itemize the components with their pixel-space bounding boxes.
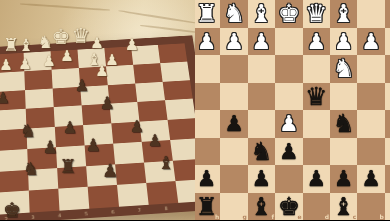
- square-g1[interactable]: ♞: [220, 0, 247, 28]
- square-c4[interactable]: [330, 83, 357, 111]
- photo-white-knight-icon: ♞: [37, 34, 52, 51]
- photo-black-bishop-icon: ♝: [158, 154, 174, 172]
- black-knight-icon: ♞: [248, 138, 275, 166]
- white-queen-icon: ♛: [303, 0, 330, 28]
- square-a2[interactable]: ♟: [385, 28, 390, 56]
- physical-pieces-layer: ♜♝♞♚♛♟♟♟♟♟♝♟♟♟♟♟♟♞♟♟♟♟♟♝♞♜♟♚: [0, 0, 195, 220]
- white-pawn-icon: ♟: [385, 28, 390, 56]
- square-h1[interactable]: ♜: [195, 0, 220, 28]
- square-e6[interactable]: ♟: [275, 138, 302, 166]
- square-d8[interactable]: d: [303, 193, 330, 221]
- photo-black-rook-icon: ♜: [59, 157, 76, 176]
- square-c1[interactable]: ♝: [330, 0, 357, 28]
- square-e4[interactable]: [275, 83, 302, 111]
- square-b3[interactable]: [357, 55, 384, 83]
- square-f3[interactable]: [248, 55, 275, 83]
- white-bishop-icon: ♝: [330, 0, 357, 28]
- square-h7[interactable]: ♟: [195, 165, 220, 193]
- photo-black-pawn-icon: ♟: [0, 91, 10, 106]
- black-queen-icon: ♛: [303, 83, 330, 111]
- square-a6[interactable]: [385, 138, 390, 166]
- photo-white-pawn-icon: ♟: [18, 57, 31, 72]
- square-b6[interactable]: [357, 138, 384, 166]
- black-pawn-icon: ♟: [220, 110, 247, 138]
- square-f4[interactable]: [248, 83, 275, 111]
- photo-white-pawn-icon: ♟: [0, 58, 13, 73]
- square-e8[interactable]: ♚e: [275, 193, 302, 221]
- photo-white-pawn-icon: ♟: [60, 49, 73, 64]
- photo-panel: 1 2 3 4 5 6 7 8 ♜♝♞♚♛♟♟♟♟♟♝♟♟♟♟♟♟♞♟♟♟♟♟♝…: [0, 0, 195, 220]
- digital-board-panel: ♜♞♝♚♛♝♜♟♟♟♟♟♟♟♞♛♟♟♞♞♟♟♟♟♟♟♟♜hg♝f♚ed♝cb♜a: [195, 0, 390, 220]
- white-pawn-icon: ♟: [275, 110, 302, 138]
- white-knight-icon: ♞: [330, 55, 357, 83]
- file-coordinate: b: [379, 213, 383, 220]
- square-g2[interactable]: ♟: [220, 28, 247, 56]
- file-coordinate: g: [242, 213, 246, 220]
- square-h3[interactable]: [195, 55, 220, 83]
- photo-white-bishop-icon: ♝: [18, 37, 33, 54]
- square-b8[interactable]: b: [357, 193, 384, 221]
- black-pawn-icon: ♟: [303, 165, 330, 193]
- square-d7[interactable]: ♟: [303, 165, 330, 193]
- photo-black-pawn-icon: ♟: [99, 95, 114, 112]
- black-knight-icon: ♞: [330, 110, 357, 138]
- square-d5[interactable]: [303, 110, 330, 138]
- white-knight-icon: ♞: [220, 0, 247, 28]
- black-pawn-icon: ♟: [195, 165, 220, 193]
- white-rook-icon: ♜: [195, 0, 220, 28]
- photo-white-king-icon: ♚: [52, 27, 71, 48]
- photo-black-knight-icon: ♞: [20, 122, 36, 140]
- square-a3[interactable]: [385, 55, 390, 83]
- file-coordinate: f: [272, 213, 275, 220]
- white-bishop-icon: ♝: [248, 0, 275, 28]
- digital-chess-board: ♜♞♝♚♛♝♜♟♟♟♟♟♟♟♞♛♟♟♞♞♟♟♟♟♟♟♟♜hg♝f♚ed♝cb♜a: [195, 0, 390, 220]
- black-rook-icon: ♜: [385, 193, 390, 221]
- square-f5[interactable]: [248, 110, 275, 138]
- square-f8[interactable]: ♝f: [248, 193, 275, 221]
- square-b2[interactable]: ♟: [357, 28, 384, 56]
- white-pawn-icon: ♟: [195, 28, 220, 56]
- square-g6[interactable]: [220, 138, 247, 166]
- photo-black-pawn-icon: ♟: [75, 78, 89, 94]
- photo-black-pawn-icon: ♟: [85, 137, 100, 154]
- square-b1[interactable]: [357, 0, 384, 28]
- square-g8[interactable]: g: [220, 193, 247, 221]
- square-e2[interactable]: [275, 28, 302, 56]
- square-c5[interactable]: ♞: [330, 110, 357, 138]
- square-f6[interactable]: ♞: [248, 138, 275, 166]
- square-d6[interactable]: [303, 138, 330, 166]
- square-a5[interactable]: [385, 110, 390, 138]
- photo-white-pawn-icon: ♟: [95, 64, 108, 79]
- square-c8[interactable]: ♝c: [330, 193, 357, 221]
- thumbnail: 1 2 3 4 5 6 7 8 ♜♝♞♚♛♟♟♟♟♟♝♟♟♟♟♟♟♞♟♟♟♟♟♝…: [0, 0, 390, 220]
- white-pawn-icon: ♟: [330, 28, 357, 56]
- photo-white-pawn-icon: ♟: [125, 37, 139, 53]
- black-pawn-icon: ♟: [275, 138, 302, 166]
- square-c6[interactable]: [330, 138, 357, 166]
- square-c3[interactable]: ♞: [330, 55, 357, 83]
- square-a8[interactable]: ♜a: [385, 193, 390, 221]
- white-king-icon: ♚: [275, 0, 302, 28]
- file-coordinate: e: [297, 213, 301, 220]
- photo-black-pawn-icon: ♟: [130, 119, 144, 135]
- black-pawn-icon: ♟: [248, 165, 275, 193]
- white-pawn-icon: ♟: [303, 28, 330, 56]
- square-c2[interactable]: ♟: [330, 28, 357, 56]
- square-g3[interactable]: [220, 55, 247, 83]
- square-c7[interactable]: ♟: [330, 165, 357, 193]
- white-pawn-icon: ♟: [357, 28, 384, 56]
- photo-black-pawn-icon: ♟: [148, 133, 162, 149]
- photo-black-pawn-icon: ♟: [63, 120, 77, 136]
- square-a1[interactable]: ♜: [385, 0, 390, 28]
- black-pawn-icon: ♟: [357, 165, 384, 193]
- square-g4[interactable]: [220, 83, 247, 111]
- square-d2[interactable]: ♟: [303, 28, 330, 56]
- square-e3[interactable]: [275, 55, 302, 83]
- square-b7[interactable]: ♟: [357, 165, 384, 193]
- black-pawn-icon: ♟: [330, 165, 357, 193]
- square-a7[interactable]: ♟: [385, 165, 390, 193]
- photo-black-knight-icon: ♞: [23, 160, 39, 178]
- square-h5[interactable]: [195, 110, 220, 138]
- square-h8[interactable]: ♜h: [195, 193, 220, 221]
- square-e1[interactable]: ♚: [275, 0, 302, 28]
- square-a4[interactable]: [385, 83, 390, 111]
- square-f7[interactable]: ♟: [248, 165, 275, 193]
- black-pawn-icon: ♟: [385, 165, 390, 193]
- file-coordinate: c: [353, 213, 357, 220]
- square-f2[interactable]: ♟: [248, 28, 275, 56]
- square-e5[interactable]: ♟: [275, 110, 302, 138]
- square-b4[interactable]: [357, 83, 384, 111]
- white-rook-icon: ♜: [385, 0, 390, 28]
- photo-white-pawn-icon: ♟: [42, 54, 55, 69]
- photo-white-queen-icon: ♛: [72, 26, 91, 47]
- square-h6[interactable]: [195, 138, 220, 166]
- file-coordinate: d: [325, 213, 329, 220]
- square-h2[interactable]: ♟: [195, 28, 220, 56]
- photo-white-pawn-icon: ♟: [90, 36, 103, 51]
- square-g5[interactable]: ♟: [220, 110, 247, 138]
- square-d3[interactable]: [303, 55, 330, 83]
- square-g7[interactable]: [220, 165, 247, 193]
- square-h4[interactable]: [195, 83, 220, 111]
- photo-white-rook-icon: ♜: [3, 36, 19, 54]
- square-f1[interactable]: ♝: [248, 0, 275, 28]
- square-b5[interactable]: [357, 110, 384, 138]
- square-d1[interactable]: ♛: [303, 0, 330, 28]
- white-pawn-icon: ♟: [248, 28, 275, 56]
- photo-black-pawn-icon: ♟: [42, 139, 57, 156]
- square-e7[interactable]: [275, 165, 302, 193]
- photo-black-pawn-icon: ♟: [102, 162, 118, 180]
- white-pawn-icon: ♟: [220, 28, 247, 56]
- file-coordinate: h: [215, 213, 219, 220]
- photo-black-king-icon: ♚: [3, 200, 21, 220]
- square-d4[interactable]: ♛: [303, 83, 330, 111]
